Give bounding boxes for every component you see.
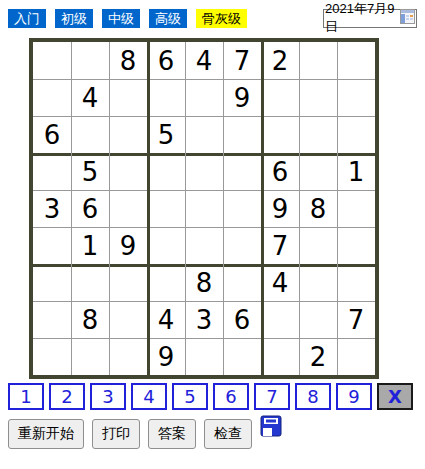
save-floppy-icon[interactable] <box>260 415 282 441</box>
sudoku-cell-r8c6[interactable]: 6 <box>223 301 264 339</box>
digit-button-2[interactable]: 2 <box>49 383 85 410</box>
digit-button-4[interactable]: 4 <box>131 383 167 410</box>
sudoku-cell-r8c5[interactable]: 3 <box>185 301 224 339</box>
calendar-icon[interactable] <box>400 9 415 27</box>
sudoku-cell-r9c6[interactable] <box>223 338 264 375</box>
sudoku-cell-r3c1[interactable]: 6 <box>33 116 72 156</box>
sudoku-cell-r2c8[interactable] <box>299 79 338 117</box>
sudoku-cell-r9c2[interactable] <box>71 338 110 375</box>
sudoku-cell-r5c8[interactable]: 8 <box>299 190 338 228</box>
sudoku-cell-r4c1[interactable] <box>33 153 72 191</box>
sudoku-cell-r1c4[interactable]: 6 <box>147 42 186 80</box>
sudoku-cell-r8c4[interactable]: 4 <box>147 301 186 339</box>
digit-button-5[interactable]: 5 <box>172 383 208 410</box>
sudoku-cell-r2c4[interactable] <box>147 79 186 117</box>
tab-difficulty-2[interactable]: 初级 <box>55 9 93 28</box>
answer-button[interactable]: 答案 <box>148 419 196 449</box>
action-buttons: 重新开始打印答案检查 <box>8 419 417 449</box>
sudoku-cell-r7c8[interactable] <box>299 264 338 302</box>
sudoku-cell-r7c6[interactable] <box>223 264 264 302</box>
sudoku-cell-r3c7[interactable] <box>261 116 300 156</box>
check-button[interactable]: 检查 <box>204 419 252 449</box>
tab-difficulty-3[interactable]: 中级 <box>102 9 140 28</box>
sudoku-cell-r8c3[interactable] <box>109 301 150 339</box>
sudoku-cell-r1c9[interactable] <box>337 42 375 80</box>
sudoku-cell-r5c7[interactable]: 9 <box>261 190 300 228</box>
sudoku-cell-r8c2[interactable]: 8 <box>71 301 110 339</box>
sudoku-cell-r3c2[interactable] <box>71 116 110 156</box>
sudoku-cell-r2c3[interactable] <box>109 79 150 117</box>
sudoku-cell-r4c9[interactable]: 1 <box>337 153 375 191</box>
sudoku-cell-r3c5[interactable] <box>185 116 224 156</box>
sudoku-cell-r6c2[interactable]: 1 <box>71 227 110 267</box>
sudoku-cell-r4c3[interactable] <box>109 153 150 191</box>
sudoku-cell-r1c1[interactable] <box>33 42 72 80</box>
tab-difficulty-4[interactable]: 高级 <box>149 9 187 28</box>
sudoku-cell-r7c5[interactable]: 8 <box>185 264 224 302</box>
date-input[interactable]: 2021年7月9日 <box>323 9 417 28</box>
sudoku-cell-r9c1[interactable] <box>33 338 72 375</box>
sudoku-cell-r9c5[interactable] <box>185 338 224 375</box>
sudoku-cell-r6c1[interactable] <box>33 227 72 267</box>
restart-button[interactable]: 重新开始 <box>8 419 84 449</box>
tab-difficulty-1[interactable]: 入门 <box>8 9 46 28</box>
sudoku-cell-r5c3[interactable] <box>109 190 150 228</box>
difficulty-tabs: 入门初级中级高级骨灰级 <box>8 9 247 28</box>
digit-button-6[interactable]: 6 <box>213 383 249 410</box>
sudoku-cell-r6c4[interactable] <box>147 227 186 267</box>
sudoku-cell-r7c7[interactable]: 4 <box>261 264 300 302</box>
sudoku-cell-r4c7[interactable]: 6 <box>261 153 300 191</box>
sudoku-cell-r1c7[interactable]: 2 <box>261 42 300 80</box>
sudoku-cell-r3c9[interactable] <box>337 116 375 156</box>
sudoku-cell-r2c9[interactable] <box>337 79 375 117</box>
sudoku-cell-r3c4[interactable]: 5 <box>147 116 186 156</box>
sudoku-cell-r3c8[interactable] <box>299 116 338 156</box>
digit-button-7[interactable]: 7 <box>254 383 290 410</box>
sudoku-cell-r5c1[interactable]: 3 <box>33 190 72 228</box>
digit-button-9[interactable]: 9 <box>336 383 372 410</box>
sudoku-cell-r1c3[interactable]: 8 <box>109 42 150 80</box>
sudoku-cell-r1c2[interactable] <box>71 42 110 80</box>
digit-button-8[interactable]: 8 <box>295 383 331 410</box>
sudoku-cell-r4c2[interactable]: 5 <box>71 153 110 191</box>
sudoku-cell-r7c9[interactable] <box>337 264 375 302</box>
sudoku-cell-r4c4[interactable] <box>147 153 186 191</box>
digit-button-1[interactable]: 1 <box>8 383 44 410</box>
sudoku-cell-r2c6[interactable]: 9 <box>223 79 264 117</box>
sudoku-cell-r9c9[interactable] <box>337 338 375 375</box>
sudoku-cell-r4c5[interactable] <box>185 153 224 191</box>
number-buttons: 123456789X <box>8 383 417 410</box>
sudoku-cell-r1c6[interactable]: 7 <box>223 42 264 80</box>
sudoku-cell-r3c3[interactable] <box>109 116 150 156</box>
sudoku-cell-r9c3[interactable] <box>109 338 150 375</box>
sudoku-cell-r1c5[interactable]: 4 <box>185 42 224 80</box>
sudoku-cell-r8c1[interactable] <box>33 301 72 339</box>
sudoku-cell-r9c7[interactable] <box>261 338 300 375</box>
digit-button-3[interactable]: 3 <box>90 383 126 410</box>
sudoku-cell-r7c1[interactable] <box>33 264 72 302</box>
sudoku-cell-r5c5[interactable] <box>185 190 224 228</box>
sudoku-cell-r7c4[interactable] <box>147 264 186 302</box>
sudoku-cell-r6c7[interactable]: 7 <box>261 227 300 267</box>
sudoku-cell-r6c3[interactable]: 9 <box>109 227 150 267</box>
sudoku-cell-r6c6[interactable] <box>223 227 264 267</box>
sudoku-cell-r8c7[interactable] <box>261 301 300 339</box>
sudoku-cell-r1c8[interactable] <box>299 42 338 80</box>
sudoku-cell-r2c2[interactable]: 4 <box>71 79 110 117</box>
sudoku-cell-r5c4[interactable] <box>147 190 186 228</box>
erase-button[interactable]: X <box>377 383 413 410</box>
sudoku-board: 8647249655613698197848436792 <box>29 38 379 379</box>
sudoku-cell-r8c8[interactable] <box>299 301 338 339</box>
sudoku-cell-r4c6[interactable] <box>223 153 264 191</box>
sudoku-cell-r9c4[interactable]: 9 <box>147 338 186 375</box>
sudoku-cell-r4c8[interactable] <box>299 153 338 191</box>
sudoku-cell-r6c8[interactable] <box>299 227 338 267</box>
top-bar: 入门初级中级高级骨灰级 2021年7月9日 <box>8 8 417 28</box>
sudoku-cell-r6c5[interactable] <box>185 227 224 267</box>
sudoku-cell-r7c2[interactable] <box>71 264 110 302</box>
sudoku-cell-r7c3[interactable] <box>109 264 150 302</box>
tab-difficulty-5[interactable]: 骨灰级 <box>196 9 247 28</box>
sudoku-cell-r5c9[interactable] <box>337 190 375 228</box>
sudoku-cell-r2c5[interactable] <box>185 79 224 117</box>
sudoku-cell-r3c6[interactable] <box>223 116 264 156</box>
sudoku-cell-r2c7[interactable] <box>261 79 300 117</box>
sudoku-cell-r9c8[interactable]: 2 <box>299 338 338 375</box>
sudoku-cell-r5c6[interactable] <box>223 190 264 228</box>
sudoku-cell-r6c9[interactable] <box>337 227 375 267</box>
sudoku-cell-r2c1[interactable] <box>33 79 72 117</box>
sudoku-cell-r5c2[interactable]: 6 <box>71 190 110 228</box>
print-button[interactable]: 打印 <box>92 419 140 449</box>
sudoku-cell-r8c9[interactable]: 7 <box>337 301 375 339</box>
date-value: 2021年7月9日 <box>325 0 400 36</box>
